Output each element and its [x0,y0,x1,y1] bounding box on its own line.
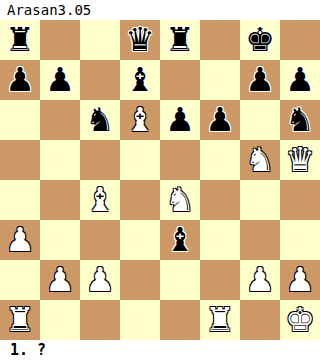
piece-white-pawn: ♟ [85,260,115,300]
status-bar: 1. ? [0,340,320,360]
square-g4[interactable] [240,180,280,220]
square-h5[interactable]: ♛ [280,140,320,180]
square-f6[interactable]: ♟ [200,100,240,140]
square-e6[interactable]: ♟ [160,100,200,140]
piece-white-rook: ♜ [5,300,35,340]
square-h3[interactable] [280,220,320,260]
square-e8[interactable]: ♜ [160,20,200,60]
square-e2[interactable] [160,260,200,300]
piece-white-knight: ♞ [245,140,275,180]
piece-black-pawn: ♟ [165,100,195,140]
square-h4[interactable] [280,180,320,220]
square-c7[interactable] [80,60,120,100]
piece-white-bishop: ♝ [125,100,155,140]
square-a5[interactable] [0,140,40,180]
square-h2[interactable]: ♟ [280,260,320,300]
arasan-window: Arasan3.05 ♜♛♜♚♟♟♝♟♟♞♝♟♟♞♞♛♝♞♟♝♟♟♟♟♜♜♚ 1… [0,0,320,360]
square-g1[interactable] [240,300,280,340]
square-g2[interactable]: ♟ [240,260,280,300]
square-f8[interactable] [200,20,240,60]
chess-board: ♜♛♜♚♟♟♝♟♟♞♝♟♟♞♞♛♝♞♟♝♟♟♟♟♜♜♚ [0,20,320,340]
piece-white-knight: ♞ [165,180,195,220]
square-d5[interactable] [120,140,160,180]
piece-white-pawn: ♟ [5,220,35,260]
square-c4[interactable]: ♝ [80,180,120,220]
square-d8[interactable]: ♛ [120,20,160,60]
piece-black-rook: ♜ [5,20,35,60]
piece-white-pawn: ♟ [285,260,315,300]
square-f4[interactable] [200,180,240,220]
square-d3[interactable] [120,220,160,260]
piece-black-pawn: ♟ [45,60,75,100]
square-d1[interactable] [120,300,160,340]
square-h6[interactable]: ♞ [280,100,320,140]
square-c5[interactable] [80,140,120,180]
square-e1[interactable] [160,300,200,340]
title-bar: Arasan3.05 [0,0,320,20]
piece-black-bishop: ♝ [125,60,155,100]
square-c8[interactable] [80,20,120,60]
square-f5[interactable] [200,140,240,180]
square-a8[interactable]: ♜ [0,20,40,60]
square-e3[interactable]: ♝ [160,220,200,260]
square-g6[interactable] [240,100,280,140]
square-h7[interactable]: ♟ [280,60,320,100]
move-prompt: 1. ? [0,341,46,359]
square-g3[interactable] [240,220,280,260]
square-c1[interactable] [80,300,120,340]
square-f3[interactable] [200,220,240,260]
piece-black-knight: ♞ [85,100,115,140]
square-c3[interactable] [80,220,120,260]
piece-black-rook: ♜ [165,20,195,60]
square-c6[interactable]: ♞ [80,100,120,140]
square-b8[interactable] [40,20,80,60]
square-a2[interactable] [0,260,40,300]
square-f1[interactable]: ♜ [200,300,240,340]
piece-white-queen: ♛ [285,140,315,180]
square-a3[interactable]: ♟ [0,220,40,260]
square-d6[interactable]: ♝ [120,100,160,140]
square-h8[interactable] [280,20,320,60]
piece-black-pawn: ♟ [245,60,275,100]
square-a6[interactable] [0,100,40,140]
square-a1[interactable]: ♜ [0,300,40,340]
piece-black-queen: ♛ [125,20,155,60]
square-a4[interactable] [0,180,40,220]
piece-black-bishop: ♝ [165,220,195,260]
piece-white-pawn: ♟ [45,260,75,300]
square-e5[interactable] [160,140,200,180]
square-d2[interactable] [120,260,160,300]
square-a7[interactable]: ♟ [0,60,40,100]
square-b2[interactable]: ♟ [40,260,80,300]
square-b1[interactable] [40,300,80,340]
square-c2[interactable]: ♟ [80,260,120,300]
piece-black-pawn: ♟ [5,60,35,100]
square-h1[interactable]: ♚ [280,300,320,340]
square-b7[interactable]: ♟ [40,60,80,100]
square-g8[interactable]: ♚ [240,20,280,60]
square-b5[interactable] [40,140,80,180]
piece-black-pawn: ♟ [285,60,315,100]
square-d4[interactable] [120,180,160,220]
square-f7[interactable] [200,60,240,100]
square-d7[interactable]: ♝ [120,60,160,100]
square-g7[interactable]: ♟ [240,60,280,100]
square-b4[interactable] [40,180,80,220]
square-b6[interactable] [40,100,80,140]
square-g5[interactable]: ♞ [240,140,280,180]
piece-black-king: ♚ [245,20,275,60]
piece-white-pawn: ♟ [245,260,275,300]
square-b3[interactable] [40,220,80,260]
square-e4[interactable]: ♞ [160,180,200,220]
piece-black-knight: ♞ [285,100,315,140]
square-e7[interactable] [160,60,200,100]
piece-black-pawn: ♟ [205,100,235,140]
piece-white-king: ♚ [285,300,315,340]
window-title: Arasan3.05 [0,1,91,19]
square-f2[interactable] [200,260,240,300]
piece-white-rook: ♜ [205,300,235,340]
piece-white-bishop: ♝ [85,180,115,220]
